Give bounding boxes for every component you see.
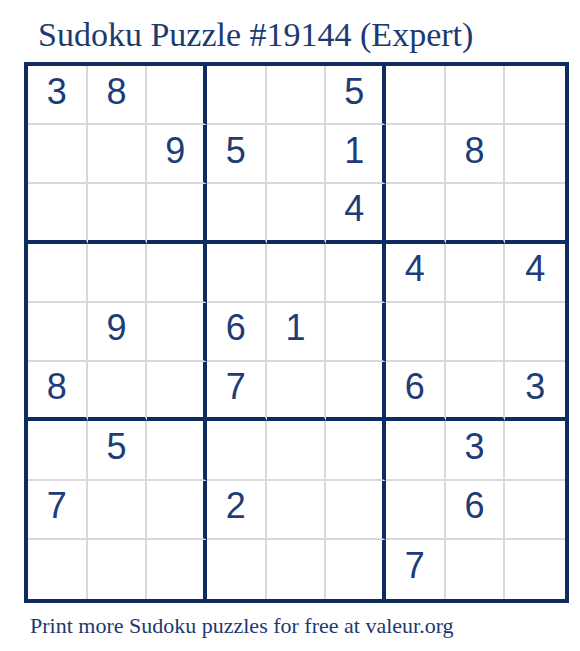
sudoku-cell-r5c6[interactable] [326, 303, 386, 362]
sudoku-cell-r3c6[interactable]: 4 [326, 184, 386, 243]
sudoku-cell-r7c8[interactable]: 3 [446, 421, 506, 480]
sudoku-cell-r6c9[interactable]: 3 [505, 362, 565, 421]
given-digit: 8 [464, 130, 484, 172]
given-digit: 9 [106, 307, 126, 349]
sudoku-cell-r2c2[interactable] [88, 125, 148, 184]
sudoku-cell-r7c3[interactable] [147, 421, 207, 480]
sudoku-cell-r2c6[interactable]: 1 [326, 125, 386, 184]
sudoku-cell-r1c2[interactable]: 8 [88, 66, 148, 125]
given-digit: 4 [525, 248, 545, 290]
sudoku-cell-r2c1[interactable] [28, 125, 88, 184]
sudoku-cell-r9c7[interactable]: 7 [386, 540, 446, 599]
given-digit: 5 [226, 130, 246, 172]
sudoku-cell-r9c4[interactable] [207, 540, 267, 599]
sudoku-cell-r7c2[interactable]: 5 [88, 421, 148, 480]
sudoku-cell-r7c4[interactable] [207, 421, 267, 480]
sudoku-cell-r4c7[interactable]: 4 [386, 244, 446, 303]
given-digit: 8 [106, 71, 126, 113]
sudoku-cell-r1c8[interactable] [446, 66, 506, 125]
given-digit: 2 [226, 485, 246, 527]
sudoku-cell-r7c5[interactable] [267, 421, 327, 480]
sudoku-cell-r1c9[interactable] [505, 66, 565, 125]
sudoku-cell-r4c3[interactable] [147, 244, 207, 303]
sudoku-cell-r1c4[interactable] [207, 66, 267, 125]
given-digit: 4 [344, 188, 364, 230]
sudoku-cell-r1c5[interactable] [267, 66, 327, 125]
given-digit: 7 [47, 485, 67, 527]
sudoku-cell-r1c7[interactable] [386, 66, 446, 125]
sudoku-cell-r6c2[interactable] [88, 362, 148, 421]
sudoku-cell-r6c7[interactable]: 6 [386, 362, 446, 421]
given-digit: 5 [344, 71, 364, 113]
sudoku-cell-r8c5[interactable] [267, 481, 327, 540]
sudoku-cell-r8c7[interactable] [386, 481, 446, 540]
sudoku-cell-r6c3[interactable] [147, 362, 207, 421]
sudoku-cell-r5c4[interactable]: 6 [207, 303, 267, 362]
sudoku-cell-r5c7[interactable] [386, 303, 446, 362]
sudoku-cell-r2c9[interactable] [505, 125, 565, 184]
sudoku-cell-r5c9[interactable] [505, 303, 565, 362]
sudoku-cell-r7c7[interactable] [386, 421, 446, 480]
footer-text: Print more Sudoku puzzles for free at va… [30, 613, 454, 639]
sudoku-cell-r4c6[interactable] [326, 244, 386, 303]
sudoku-cell-r8c4[interactable]: 2 [207, 481, 267, 540]
sudoku-cell-r5c5[interactable]: 1 [267, 303, 327, 362]
given-digit: 9 [165, 130, 185, 172]
sudoku-cell-r5c3[interactable] [147, 303, 207, 362]
sudoku-cell-r3c8[interactable] [446, 184, 506, 243]
sudoku-cell-r6c4[interactable]: 7 [207, 362, 267, 421]
sudoku-cell-r8c8[interactable]: 6 [446, 481, 506, 540]
sudoku-cell-r4c1[interactable] [28, 244, 88, 303]
sudoku-cell-r3c2[interactable] [88, 184, 148, 243]
sudoku-cell-r3c3[interactable] [147, 184, 207, 243]
sudoku-cell-r6c8[interactable] [446, 362, 506, 421]
sudoku-cell-r7c6[interactable] [326, 421, 386, 480]
sudoku-cell-r4c2[interactable] [88, 244, 148, 303]
sudoku-cell-r3c7[interactable] [386, 184, 446, 243]
sudoku-cell-r8c9[interactable] [505, 481, 565, 540]
given-digit: 7 [226, 366, 246, 408]
sudoku-cell-r7c1[interactable] [28, 421, 88, 480]
given-digit: 4 [405, 248, 425, 290]
sudoku-grid: 38595184449618763537267 [28, 66, 565, 599]
given-digit: 3 [47, 71, 67, 113]
given-digit: 3 [464, 426, 484, 468]
sudoku-cell-r4c8[interactable] [446, 244, 506, 303]
given-digit: 7 [405, 545, 425, 587]
sudoku-cell-r3c9[interactable] [505, 184, 565, 243]
sudoku-cell-r8c2[interactable] [88, 481, 148, 540]
given-digit: 6 [226, 307, 246, 349]
sudoku-cell-r1c3[interactable] [147, 66, 207, 125]
sudoku-cell-r6c6[interactable] [326, 362, 386, 421]
sudoku-cell-r2c5[interactable] [267, 125, 327, 184]
sudoku-cell-r9c6[interactable] [326, 540, 386, 599]
sudoku-cell-r3c5[interactable] [267, 184, 327, 243]
sudoku-cell-r1c1[interactable]: 3 [28, 66, 88, 125]
given-digit: 1 [285, 307, 305, 349]
given-digit: 6 [464, 485, 484, 527]
sudoku-cell-r5c1[interactable] [28, 303, 88, 362]
sudoku-cell-r2c7[interactable] [386, 125, 446, 184]
sudoku-cell-r9c5[interactable] [267, 540, 327, 599]
sudoku-cell-r4c4[interactable] [207, 244, 267, 303]
sudoku-cell-r1c6[interactable]: 5 [326, 66, 386, 125]
sudoku-cell-r4c9[interactable]: 4 [505, 244, 565, 303]
sudoku-cell-r5c8[interactable] [446, 303, 506, 362]
sudoku-cell-r6c5[interactable] [267, 362, 327, 421]
puzzle-title: Sudoku Puzzle #19144 (Expert) [38, 16, 473, 54]
sudoku-cell-r3c4[interactable] [207, 184, 267, 243]
given-digit: 3 [525, 366, 545, 408]
sudoku-cell-r3c1[interactable] [28, 184, 88, 243]
sudoku-cell-r9c2[interactable] [88, 540, 148, 599]
given-digit: 8 [47, 366, 67, 408]
sudoku-cell-r9c3[interactable] [147, 540, 207, 599]
sudoku-cell-r9c9[interactable] [505, 540, 565, 599]
sudoku-cell-r5c2[interactable]: 9 [88, 303, 148, 362]
sudoku-cell-r9c1[interactable] [28, 540, 88, 599]
sudoku-cell-r7c9[interactable] [505, 421, 565, 480]
sudoku-cell-r6c1[interactable]: 8 [28, 362, 88, 421]
sudoku-cell-r2c4[interactable]: 5 [207, 125, 267, 184]
sudoku-cell-r9c8[interactable] [446, 540, 506, 599]
sudoku-cell-r2c3[interactable]: 9 [147, 125, 207, 184]
given-digit: 1 [344, 130, 364, 172]
sudoku-cell-r8c1[interactable]: 7 [28, 481, 88, 540]
sudoku-board: 38595184449618763537267 [24, 62, 569, 603]
sudoku-cell-r8c6[interactable] [326, 481, 386, 540]
sudoku-cell-r4c5[interactable] [267, 244, 327, 303]
given-digit: 5 [106, 426, 126, 468]
sudoku-cell-r8c3[interactable] [147, 481, 207, 540]
sudoku-cell-r2c8[interactable]: 8 [446, 125, 506, 184]
given-digit: 6 [405, 366, 425, 408]
